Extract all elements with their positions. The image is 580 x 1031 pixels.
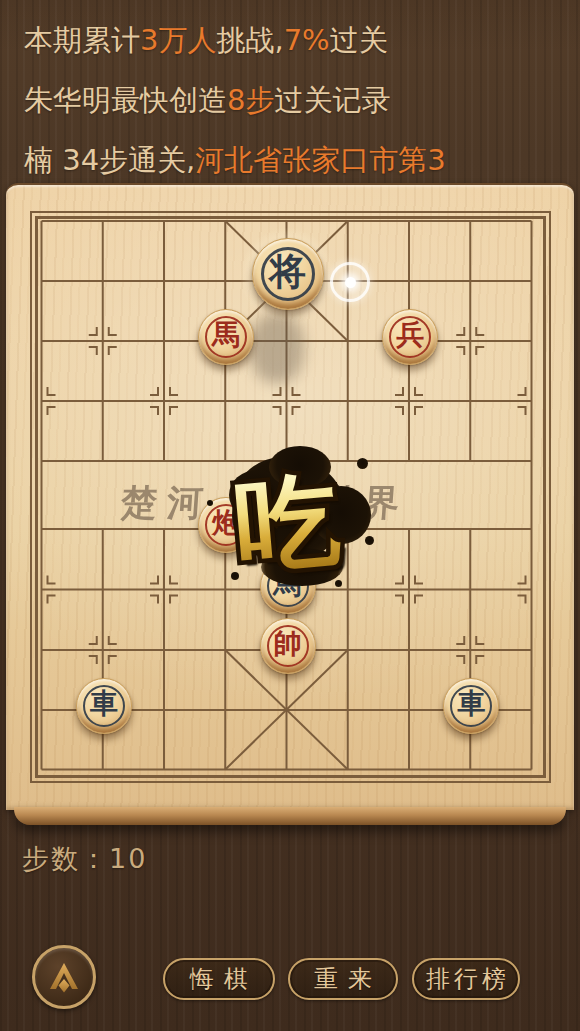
ticker-segment: 7%	[284, 23, 330, 57]
piece-black-馬[interactable]: 馬	[260, 558, 316, 614]
ticker-line-2: 朱华明最快创造8步过关记录	[24, 70, 564, 130]
ticker-line-1: 本期累计3万人挑战,7%过关	[24, 10, 564, 70]
captured-piece-ghost-shadow	[250, 313, 304, 383]
collapse-button[interactable]	[32, 945, 96, 1009]
mountain-arrow-icon	[44, 957, 84, 997]
xiangqi-board[interactable]: 楚河 漢界 将馬兵炮馬帥車車 吃 吃	[0, 183, 580, 825]
piece-glyph: 兵	[383, 308, 437, 362]
ticker-messages: 本期累计3万人挑战,7%过关 朱华明最快创造8步过关记录 楠 34步通关,河北省…	[24, 10, 564, 190]
ticker-segment: 朱华明最快创造	[24, 83, 227, 117]
move-counter-value: 10	[109, 843, 147, 874]
piece-black-車[interactable]: 車	[76, 678, 132, 734]
piece-glyph: 車	[77, 677, 131, 731]
piece-red-帥[interactable]: 帥	[260, 618, 316, 674]
piece-red-炮[interactable]: 炮	[198, 497, 254, 553]
piece-glyph: 馬	[261, 557, 315, 611]
ticker-segment: 过关	[330, 23, 388, 57]
undo-button[interactable]: 悔棋	[163, 958, 275, 1000]
piece-glyph: 炮	[199, 496, 253, 550]
ticker-segment: 3万人	[140, 23, 216, 57]
ticker-segment: 楠 34步通关,	[24, 143, 195, 177]
piece-black-将[interactable]: 将	[252, 238, 324, 310]
move-counter-label: 步数：	[22, 843, 109, 874]
restart-button[interactable]: 重来	[288, 958, 398, 1000]
river-label-right: 漢界	[306, 479, 419, 528]
move-counter: 步数：10	[22, 841, 147, 877]
piece-red-馬[interactable]: 馬	[198, 309, 254, 365]
last-move-indicator	[330, 262, 370, 302]
piece-black-車[interactable]: 車	[443, 678, 499, 734]
leaderboard-button[interactable]: 排行榜	[412, 958, 520, 1000]
piece-glyph: 帥	[261, 617, 315, 671]
board-bevel-edge	[14, 807, 566, 825]
ticker-line-3: 楠 34步通关,河北省张家口市第3	[24, 130, 564, 190]
ticker-segment: 本期累计	[24, 23, 140, 57]
piece-glyph: 馬	[199, 308, 253, 362]
piece-red-兵[interactable]: 兵	[382, 309, 438, 365]
ticker-segment: 挑战,	[216, 23, 283, 57]
ticker-segment: 过关记录	[274, 83, 390, 117]
piece-glyph: 将	[253, 237, 323, 307]
ticker-segment: 8步	[227, 83, 274, 117]
piece-glyph: 車	[444, 677, 498, 731]
ticker-segment: 河北省张家口市第3	[195, 143, 445, 177]
